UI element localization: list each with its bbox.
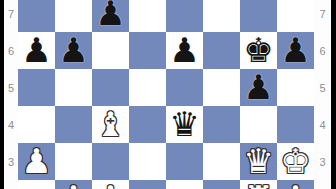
square-g7[interactable] xyxy=(240,0,277,32)
rank-label-4: 4 xyxy=(4,119,18,130)
square-e6[interactable]: ♟ xyxy=(166,32,203,69)
square-h5[interactable] xyxy=(277,69,314,106)
square-a5[interactable] xyxy=(18,69,55,106)
square-g3[interactable]: ♛ xyxy=(240,143,277,180)
square-f3[interactable] xyxy=(203,143,240,180)
rank-coordinates-left: 76543 xyxy=(4,0,18,189)
piece-black-pawn[interactable]: ♟ xyxy=(243,69,273,106)
square-a3[interactable]: ♟ xyxy=(18,143,55,180)
square-c6[interactable] xyxy=(92,32,129,69)
piece-white-king[interactable]: ♚ xyxy=(280,143,310,180)
square-g4[interactable] xyxy=(240,106,277,143)
square-e5[interactable] xyxy=(166,69,203,106)
square-c7[interactable]: ♟ xyxy=(92,0,129,32)
square-f7[interactable] xyxy=(203,0,240,32)
square-b2[interactable]: ♟ xyxy=(55,180,92,189)
square-c5[interactable] xyxy=(92,69,129,106)
square-f2[interactable] xyxy=(203,180,240,189)
piece-white-pawn[interactable]: ♟ xyxy=(95,180,125,189)
square-d3[interactable] xyxy=(129,143,166,180)
square-f5[interactable] xyxy=(203,69,240,106)
piece-black-pawn[interactable]: ♟ xyxy=(95,0,125,32)
chess-board-screenshot: 76543 76543 ♟♟♟♟♚♟♟♝♛♟♛♚♟♟♜♟ xyxy=(0,0,336,189)
square-a4[interactable] xyxy=(18,106,55,143)
piece-black-pawn[interactable]: ♟ xyxy=(169,32,199,69)
rank-label-7: 7 xyxy=(4,8,18,19)
square-c2[interactable]: ♟ xyxy=(92,180,129,189)
square-e2[interactable] xyxy=(166,180,203,189)
rank-label-7: 7 xyxy=(314,8,331,19)
square-h3[interactable]: ♚ xyxy=(277,143,314,180)
square-b6[interactable]: ♟ xyxy=(55,32,92,69)
square-d4[interactable] xyxy=(129,106,166,143)
rank-label-6: 6 xyxy=(314,45,331,56)
piece-black-pawn[interactable]: ♟ xyxy=(58,32,88,69)
square-d5[interactable] xyxy=(129,69,166,106)
piece-white-pawn[interactable]: ♟ xyxy=(280,180,310,189)
piece-black-pawn[interactable]: ♟ xyxy=(280,32,310,69)
square-e4[interactable]: ♛ xyxy=(166,106,203,143)
square-h6[interactable]: ♟ xyxy=(277,32,314,69)
square-d2[interactable] xyxy=(129,180,166,189)
square-g5[interactable]: ♟ xyxy=(240,69,277,106)
piece-white-queen[interactable]: ♛ xyxy=(243,143,273,180)
piece-white-pawn[interactable]: ♟ xyxy=(58,180,88,189)
rank-label-4: 4 xyxy=(314,119,331,130)
square-d7[interactable] xyxy=(129,0,166,32)
piece-black-king[interactable]: ♚ xyxy=(243,32,273,69)
rank-label-5: 5 xyxy=(314,82,331,93)
square-e3[interactable] xyxy=(166,143,203,180)
square-h2[interactable]: ♟ xyxy=(277,180,314,189)
square-b7[interactable] xyxy=(55,0,92,32)
piece-black-queen[interactable]: ♛ xyxy=(169,106,199,143)
square-d6[interactable] xyxy=(129,32,166,69)
rank-label-6: 6 xyxy=(4,45,18,56)
piece-white-rook[interactable]: ♜ xyxy=(243,180,273,189)
square-b3[interactable] xyxy=(55,143,92,180)
rank-coordinates-right: 76543 xyxy=(314,0,331,189)
square-c3[interactable] xyxy=(92,143,129,180)
square-a7[interactable] xyxy=(18,0,55,32)
square-a6[interactable]: ♟ xyxy=(18,32,55,69)
square-b4[interactable] xyxy=(55,106,92,143)
piece-black-pawn[interactable]: ♟ xyxy=(21,32,51,69)
square-g6[interactable]: ♚ xyxy=(240,32,277,69)
square-h4[interactable] xyxy=(277,106,314,143)
rank-label-3: 3 xyxy=(4,156,18,167)
piece-white-pawn[interactable]: ♟ xyxy=(21,143,51,180)
square-f4[interactable] xyxy=(203,106,240,143)
square-g2[interactable]: ♜ xyxy=(240,180,277,189)
chess-board[interactable]: ♟♟♟♟♚♟♟♝♛♟♛♚♟♟♜♟ xyxy=(18,0,314,189)
square-h7[interactable] xyxy=(277,0,314,32)
square-c4[interactable]: ♝ xyxy=(92,106,129,143)
square-a2[interactable] xyxy=(18,180,55,189)
square-e7[interactable] xyxy=(166,0,203,32)
right-black-bar xyxy=(331,0,336,189)
square-f6[interactable] xyxy=(203,32,240,69)
rank-label-5: 5 xyxy=(4,82,18,93)
piece-white-bishop[interactable]: ♝ xyxy=(95,106,125,143)
rank-label-3: 3 xyxy=(314,156,331,167)
square-b5[interactable] xyxy=(55,69,92,106)
